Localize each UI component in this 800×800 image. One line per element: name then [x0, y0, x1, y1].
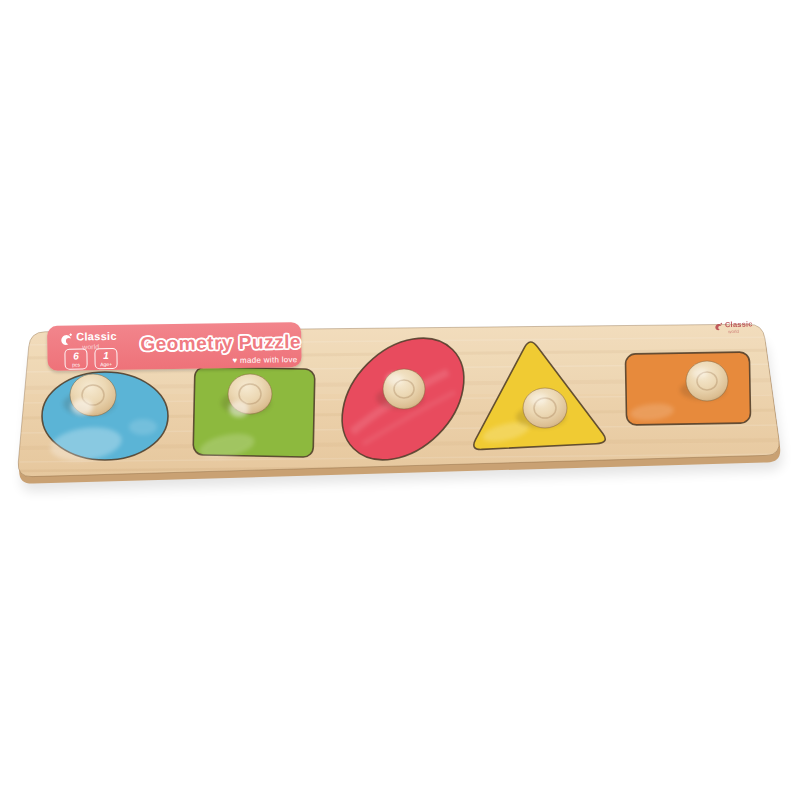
age-badge: 1 Age+ [94, 348, 117, 369]
heart-icon: ♥ [232, 356, 237, 365]
piece-orange-rectangle[interactable] [625, 352, 750, 425]
brand-bird-icon [714, 322, 723, 331]
piece-count-badge: 6 pcs [64, 348, 87, 369]
corner-brand-name: Classic [725, 320, 753, 328]
photo-stage: Classic world 6 pcs 1 Age+ Geometry Puzz… [0, 0, 800, 800]
label-badges: 6 pcs 1 Age+ [64, 348, 117, 370]
wooden-knob[interactable] [523, 388, 567, 428]
brand-name: Classic [76, 331, 117, 343]
knob-glare [229, 401, 249, 417]
tagline-text: made with love [240, 355, 298, 365]
knob-glare [71, 399, 93, 415]
product-tagline: ♥ made with love [166, 355, 298, 366]
piece-count-unit: pcs [72, 362, 80, 367]
knob-glare [691, 368, 707, 378]
wooden-knob[interactable] [686, 361, 728, 401]
knob-glare [529, 393, 547, 405]
product-label: Classic world 6 pcs 1 Age+ Geometry Puzz… [47, 322, 302, 371]
board-brand-logo: Classic world [714, 320, 753, 334]
corner-brand-subname: world [728, 329, 753, 334]
knob-glare [386, 373, 402, 385]
age-value: 1 [103, 351, 109, 361]
piece-count-value: 6 [73, 351, 79, 361]
product-title: Geometry Puzzle [140, 331, 301, 356]
piece-green-square[interactable] [193, 367, 315, 463]
glare-highlight [129, 419, 157, 435]
age-unit: Age+ [100, 361, 112, 366]
brand-bird-icon [59, 333, 73, 347]
puzzle-scene [0, 0, 800, 800]
